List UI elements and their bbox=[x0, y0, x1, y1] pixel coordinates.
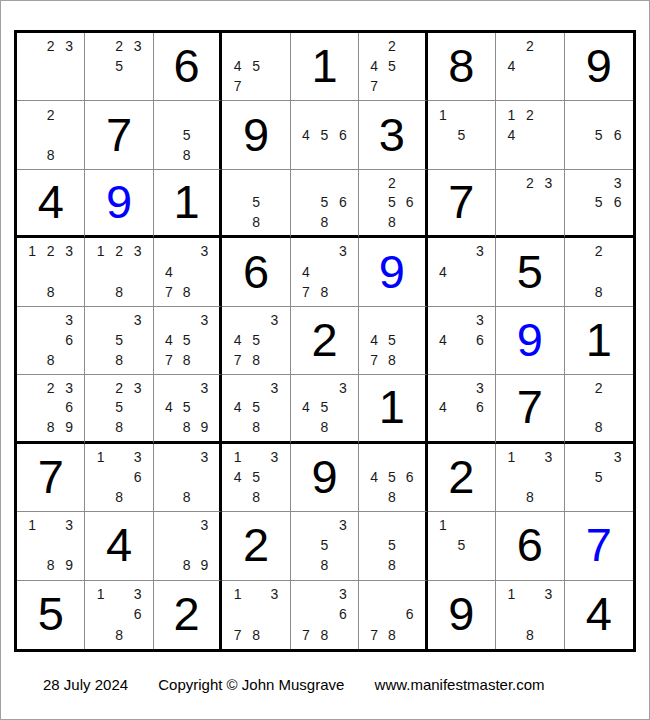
candidate-6: 6 bbox=[334, 125, 352, 145]
cell-r2c7[interactable]: 15 bbox=[428, 101, 496, 169]
empty-slot bbox=[91, 76, 109, 96]
empty-slot bbox=[383, 604, 401, 624]
candidate-3: 3 bbox=[128, 584, 146, 604]
candidate-6: 6 bbox=[334, 192, 352, 211]
pencil-marks: 28 bbox=[565, 238, 633, 305]
empty-slot bbox=[434, 282, 452, 302]
cell-r7c1[interactable]: 7 bbox=[17, 444, 85, 512]
given-digit: 6 bbox=[174, 42, 200, 89]
empty-slot bbox=[23, 56, 41, 76]
empty-slot bbox=[91, 282, 109, 302]
cell-r1c5[interactable]: 1 bbox=[291, 33, 359, 101]
pencil-marks: 235 bbox=[85, 33, 152, 100]
empty-slot bbox=[228, 310, 246, 330]
pencil-marks: 35 bbox=[565, 444, 633, 511]
candidate-5: 5 bbox=[383, 330, 401, 350]
empty-slot bbox=[452, 515, 470, 535]
cell-r7c8[interactable]: 138 bbox=[496, 444, 564, 512]
empty-slot bbox=[247, 378, 265, 397]
cell-r3c1[interactable]: 4 bbox=[17, 170, 85, 238]
candidate-3: 3 bbox=[196, 378, 214, 397]
pencil-marks: 34578 bbox=[154, 307, 219, 374]
cell-r2c3[interactable]: 58 bbox=[154, 101, 222, 169]
pencil-marks: 23 bbox=[17, 33, 84, 100]
empty-slot bbox=[23, 282, 41, 302]
candidate-1: 1 bbox=[228, 584, 246, 604]
candidate-5: 5 bbox=[315, 398, 333, 417]
cell-r9c1[interactable]: 5 bbox=[17, 581, 85, 649]
empty-slot bbox=[160, 515, 178, 535]
cell-r2c8[interactable]: 124 bbox=[496, 101, 564, 169]
cell-r7c2[interactable]: 1368 bbox=[85, 444, 153, 512]
empty-slot bbox=[571, 212, 590, 231]
candidate-3: 3 bbox=[608, 173, 627, 192]
pencil-marks: 389 bbox=[154, 512, 219, 579]
candidate-7: 7 bbox=[228, 76, 246, 96]
candidate-3: 3 bbox=[265, 310, 283, 330]
given-digit: 9 bbox=[586, 42, 612, 89]
candidate-5: 5 bbox=[383, 56, 401, 76]
empty-slot bbox=[502, 625, 520, 645]
candidate-9: 9 bbox=[196, 555, 214, 575]
cell-r5c5[interactable]: 2 bbox=[291, 307, 359, 375]
cell-r2c2[interactable]: 7 bbox=[85, 101, 153, 169]
empty-slot bbox=[23, 76, 41, 96]
pencil-marks: 56 bbox=[565, 101, 633, 168]
empty-slot bbox=[365, 604, 383, 624]
empty-slot bbox=[160, 125, 178, 145]
empty-slot bbox=[521, 212, 539, 231]
candidate-5: 5 bbox=[589, 467, 608, 487]
cell-r1c2[interactable]: 235 bbox=[85, 33, 153, 101]
pencil-marks: 2568 bbox=[359, 170, 424, 235]
cell-r8c9[interactable]: 7 bbox=[565, 512, 633, 580]
candidate-5: 5 bbox=[247, 398, 265, 417]
candidate-1: 1 bbox=[502, 447, 520, 467]
pencil-marks: 138 bbox=[496, 444, 563, 511]
empty-slot bbox=[228, 36, 246, 56]
cell-r1c1[interactable]: 23 bbox=[17, 33, 85, 101]
empty-slot bbox=[334, 625, 352, 645]
candidate-5: 5 bbox=[110, 398, 128, 417]
candidate-8: 8 bbox=[315, 282, 333, 302]
empty-slot bbox=[315, 104, 333, 124]
empty-slot bbox=[401, 350, 419, 370]
empty-slot bbox=[110, 604, 128, 624]
empty-slot bbox=[196, 487, 214, 507]
candidate-3: 3 bbox=[539, 173, 557, 192]
empty-slot bbox=[265, 36, 283, 56]
cell-r2c4[interactable]: 9 bbox=[222, 101, 290, 169]
empty-slot bbox=[128, 261, 146, 281]
candidate-4: 4 bbox=[228, 467, 246, 487]
cell-r8c2[interactable]: 4 bbox=[85, 512, 153, 580]
empty-slot bbox=[265, 625, 283, 645]
candidate-3: 3 bbox=[128, 241, 146, 261]
cell-r5c3[interactable]: 34578 bbox=[154, 307, 222, 375]
empty-slot bbox=[178, 447, 196, 467]
empty-slot bbox=[365, 555, 383, 575]
cell-r4c4[interactable]: 6 bbox=[222, 238, 290, 306]
candidate-3: 3 bbox=[196, 447, 214, 467]
empty-slot bbox=[401, 310, 419, 330]
empty-slot bbox=[401, 515, 419, 535]
empty-slot bbox=[502, 173, 520, 192]
cell-r6c3[interactable]: 34589 bbox=[154, 375, 222, 443]
candidate-7: 7 bbox=[365, 625, 383, 645]
cell-r2c6[interactable]: 3 bbox=[359, 101, 427, 169]
cell-r4c9[interactable]: 28 bbox=[565, 238, 633, 306]
pencil-marks: 38 bbox=[154, 444, 219, 511]
empty-slot bbox=[247, 310, 265, 330]
cell-r4c3[interactable]: 3478 bbox=[154, 238, 222, 306]
candidate-6: 6 bbox=[401, 467, 419, 487]
cell-r4c8[interactable]: 5 bbox=[496, 238, 564, 306]
candidate-8: 8 bbox=[247, 417, 265, 436]
given-digit: 1 bbox=[311, 42, 337, 89]
empty-slot bbox=[365, 447, 383, 467]
pencil-marks: 2358 bbox=[85, 375, 152, 440]
cell-r8c6[interactable]: 58 bbox=[359, 512, 427, 580]
empty-slot bbox=[265, 604, 283, 624]
cell-r3c3[interactable]: 1 bbox=[154, 170, 222, 238]
given-digit: 4 bbox=[106, 521, 132, 568]
candidate-8: 8 bbox=[589, 282, 608, 302]
pencil-marks: 3678 bbox=[291, 581, 358, 649]
empty-slot bbox=[23, 555, 41, 575]
cell-r8c4[interactable]: 2 bbox=[222, 512, 290, 580]
cell-r8c5[interactable]: 358 bbox=[291, 512, 359, 580]
cell-r9c7[interactable]: 9 bbox=[428, 581, 496, 649]
pencil-marks: 3478 bbox=[154, 238, 219, 305]
candidate-5: 5 bbox=[247, 56, 265, 76]
candidate-7: 7 bbox=[228, 625, 246, 645]
cell-r3c4[interactable]: 58 bbox=[222, 170, 290, 238]
empty-slot bbox=[315, 584, 333, 604]
cell-r6c6[interactable]: 1 bbox=[359, 375, 427, 443]
cell-r3c9[interactable]: 356 bbox=[565, 170, 633, 238]
cell-r1c6[interactable]: 2457 bbox=[359, 33, 427, 101]
candidate-6: 6 bbox=[128, 604, 146, 624]
pencil-marks: 457 bbox=[222, 33, 289, 100]
empty-slot bbox=[178, 378, 196, 397]
empty-slot bbox=[297, 515, 315, 535]
candidate-8: 8 bbox=[383, 487, 401, 507]
empty-slot bbox=[401, 584, 419, 604]
empty-slot bbox=[502, 467, 520, 487]
empty-slot bbox=[401, 36, 419, 56]
cell-r5c6[interactable]: 4578 bbox=[359, 307, 427, 375]
empty-slot bbox=[247, 36, 265, 56]
cell-r1c7[interactable]: 8 bbox=[428, 33, 496, 101]
empty-slot bbox=[23, 36, 41, 56]
empty-slot bbox=[160, 378, 178, 397]
cell-r5c8[interactable]: 9 bbox=[496, 307, 564, 375]
pencil-marks: 346 bbox=[428, 307, 495, 374]
empty-slot bbox=[297, 173, 315, 192]
empty-slot bbox=[110, 584, 128, 604]
candidate-1: 1 bbox=[91, 241, 109, 261]
cell-r9c2[interactable]: 1368 bbox=[85, 581, 153, 649]
cell-r2c5[interactable]: 456 bbox=[291, 101, 359, 169]
cell-r3c7[interactable]: 7 bbox=[428, 170, 496, 238]
candidate-8: 8 bbox=[315, 417, 333, 436]
empty-slot bbox=[383, 310, 401, 330]
empty-slot bbox=[539, 125, 557, 145]
solved-digit: 9 bbox=[517, 316, 543, 363]
empty-slot bbox=[365, 535, 383, 555]
candidate-8: 8 bbox=[521, 487, 539, 507]
cell-r9c8[interactable]: 138 bbox=[496, 581, 564, 649]
pencil-marks: 568 bbox=[291, 170, 358, 235]
empty-slot bbox=[128, 56, 146, 76]
candidate-5: 5 bbox=[589, 192, 608, 211]
cell-r4c1[interactable]: 1238 bbox=[17, 238, 85, 306]
empty-slot bbox=[41, 310, 59, 330]
empty-slot bbox=[265, 56, 283, 76]
candidate-4: 4 bbox=[297, 125, 315, 145]
empty-slot bbox=[571, 282, 590, 302]
cell-r7c5[interactable]: 9 bbox=[291, 444, 359, 512]
pencil-marks: 1368 bbox=[85, 581, 152, 649]
cell-r4c5[interactable]: 3478 bbox=[291, 238, 359, 306]
given-digit: 6 bbox=[243, 248, 269, 295]
empty-slot bbox=[589, 447, 608, 467]
empty-slot bbox=[434, 350, 452, 370]
cell-r3c5[interactable]: 568 bbox=[291, 170, 359, 238]
empty-slot bbox=[471, 261, 489, 281]
candidate-3: 3 bbox=[60, 378, 78, 397]
empty-slot bbox=[228, 487, 246, 507]
empty-slot bbox=[60, 56, 78, 76]
candidate-8: 8 bbox=[178, 487, 196, 507]
empty-slot bbox=[297, 378, 315, 397]
empty-slot bbox=[571, 241, 590, 261]
candidate-4: 4 bbox=[365, 467, 383, 487]
empty-slot bbox=[589, 145, 608, 165]
given-digit: 2 bbox=[311, 316, 337, 363]
cell-r1c3[interactable]: 6 bbox=[154, 33, 222, 101]
empty-slot bbox=[521, 76, 539, 96]
cell-r5c9[interactable]: 1 bbox=[565, 307, 633, 375]
candidate-3: 3 bbox=[265, 447, 283, 467]
cell-r7c4[interactable]: 13458 bbox=[222, 444, 290, 512]
empty-slot bbox=[434, 241, 452, 261]
cell-r7c6[interactable]: 4568 bbox=[359, 444, 427, 512]
empty-slot bbox=[608, 467, 627, 487]
cell-r5c2[interactable]: 358 bbox=[85, 307, 153, 375]
candidate-3: 3 bbox=[608, 447, 627, 467]
empty-slot bbox=[608, 212, 627, 231]
candidate-5: 5 bbox=[247, 467, 265, 487]
empty-slot bbox=[521, 192, 539, 211]
given-digit: 4 bbox=[38, 178, 64, 225]
candidate-3: 3 bbox=[471, 378, 489, 397]
empty-slot bbox=[608, 282, 627, 302]
empty-slot bbox=[608, 487, 627, 507]
empty-slot bbox=[401, 76, 419, 96]
empty-slot bbox=[365, 515, 383, 535]
cell-r6c1[interactable]: 23689 bbox=[17, 375, 85, 443]
candidate-5: 5 bbox=[247, 330, 265, 350]
cell-r9c9[interactable]: 4 bbox=[565, 581, 633, 649]
candidate-9: 9 bbox=[60, 555, 78, 575]
candidate-7: 7 bbox=[365, 350, 383, 370]
given-digit: 7 bbox=[517, 383, 543, 430]
empty-slot bbox=[265, 76, 283, 96]
cell-r3c6[interactable]: 2568 bbox=[359, 170, 427, 238]
candidate-4: 4 bbox=[365, 330, 383, 350]
candidate-2: 2 bbox=[110, 378, 128, 397]
cell-r9c3[interactable]: 2 bbox=[154, 581, 222, 649]
cell-r8c3[interactable]: 389 bbox=[154, 512, 222, 580]
candidate-3: 3 bbox=[471, 241, 489, 261]
empty-slot bbox=[265, 467, 283, 487]
cell-r6c5[interactable]: 3458 bbox=[291, 375, 359, 443]
cell-r2c9[interactable]: 56 bbox=[565, 101, 633, 169]
cell-r6c4[interactable]: 3458 bbox=[222, 375, 290, 443]
given-digit: 6 bbox=[517, 521, 543, 568]
empty-slot bbox=[91, 36, 109, 56]
empty-slot bbox=[297, 104, 315, 124]
empty-slot bbox=[41, 398, 59, 417]
pencil-marks: 34 bbox=[428, 238, 495, 305]
candidate-3: 3 bbox=[539, 584, 557, 604]
empty-slot bbox=[539, 212, 557, 231]
cell-r1c8[interactable]: 24 bbox=[496, 33, 564, 101]
candidate-8: 8 bbox=[41, 555, 59, 575]
cell-r7c3[interactable]: 38 bbox=[154, 444, 222, 512]
empty-slot bbox=[228, 604, 246, 624]
candidate-1: 1 bbox=[502, 584, 520, 604]
candidate-7: 7 bbox=[228, 350, 246, 370]
empty-slot bbox=[91, 310, 109, 330]
empty-slot bbox=[539, 104, 557, 124]
empty-slot bbox=[23, 145, 41, 165]
empty-slot bbox=[60, 125, 78, 145]
cell-r5c1[interactable]: 368 bbox=[17, 307, 85, 375]
empty-slot bbox=[334, 212, 352, 231]
cell-r9c4[interactable]: 1378 bbox=[222, 581, 290, 649]
cell-r5c4[interactable]: 34578 bbox=[222, 307, 290, 375]
candidate-4: 4 bbox=[297, 398, 315, 417]
cell-r7c7[interactable]: 2 bbox=[428, 444, 496, 512]
candidate-2: 2 bbox=[521, 36, 539, 56]
candidate-3: 3 bbox=[334, 515, 352, 535]
empty-slot bbox=[471, 145, 489, 165]
cell-r4c6[interactable]: 9 bbox=[359, 238, 427, 306]
given-digit: 2 bbox=[174, 590, 200, 637]
given-digit: 1 bbox=[174, 178, 200, 225]
empty-slot bbox=[571, 145, 590, 165]
cell-r8c1[interactable]: 1389 bbox=[17, 512, 85, 580]
candidate-2: 2 bbox=[110, 241, 128, 261]
cell-r9c6[interactable]: 678 bbox=[359, 581, 427, 649]
cell-r4c7[interactable]: 34 bbox=[428, 238, 496, 306]
empty-slot bbox=[60, 535, 78, 555]
candidate-4: 4 bbox=[434, 330, 452, 350]
empty-slot bbox=[521, 447, 539, 467]
candidate-8: 8 bbox=[315, 212, 333, 231]
candidate-4: 4 bbox=[297, 261, 315, 281]
empty-slot bbox=[334, 282, 352, 302]
candidate-5: 5 bbox=[110, 56, 128, 76]
pencil-marks: 1368 bbox=[85, 444, 152, 511]
empty-slot bbox=[297, 212, 315, 231]
pencil-marks: 4568 bbox=[359, 444, 424, 511]
cell-r1c4[interactable]: 457 bbox=[222, 33, 290, 101]
empty-slot bbox=[401, 56, 419, 76]
cell-r6c8[interactable]: 7 bbox=[496, 375, 564, 443]
empty-slot bbox=[383, 515, 401, 535]
empty-slot bbox=[502, 36, 520, 56]
candidate-7: 7 bbox=[297, 625, 315, 645]
pencil-marks: 28 bbox=[565, 375, 633, 440]
empty-slot bbox=[178, 310, 196, 330]
candidate-4: 4 bbox=[434, 398, 452, 417]
empty-slot bbox=[265, 398, 283, 417]
cell-r4c2[interactable]: 1238 bbox=[85, 238, 153, 306]
empty-slot bbox=[452, 310, 470, 330]
candidate-7: 7 bbox=[365, 76, 383, 96]
candidate-3: 3 bbox=[471, 310, 489, 330]
cell-r9c5[interactable]: 3678 bbox=[291, 581, 359, 649]
given-digit: 7 bbox=[38, 453, 64, 500]
candidate-2: 2 bbox=[383, 173, 401, 192]
empty-slot bbox=[297, 555, 315, 575]
empty-slot bbox=[452, 104, 470, 124]
candidate-8: 8 bbox=[110, 350, 128, 370]
candidate-2: 2 bbox=[383, 36, 401, 56]
pencil-marks: 356 bbox=[565, 170, 633, 235]
empty-slot bbox=[297, 535, 315, 555]
cell-r2c1[interactable]: 28 bbox=[17, 101, 85, 169]
cell-r3c2[interactable]: 9 bbox=[85, 170, 153, 238]
cell-r6c7[interactable]: 346 bbox=[428, 375, 496, 443]
cell-r1c9[interactable]: 9 bbox=[565, 33, 633, 101]
empty-slot bbox=[265, 212, 283, 231]
empty-slot bbox=[23, 104, 41, 124]
empty-slot bbox=[41, 125, 59, 145]
empty-slot bbox=[452, 555, 470, 575]
empty-slot bbox=[91, 625, 109, 645]
empty-slot bbox=[401, 330, 419, 350]
empty-slot bbox=[128, 330, 146, 350]
cell-r5c7[interactable]: 346 bbox=[428, 307, 496, 375]
cell-r8c8[interactable]: 6 bbox=[496, 512, 564, 580]
pencil-marks: 1389 bbox=[17, 512, 84, 579]
empty-slot bbox=[23, 417, 41, 436]
candidate-3: 3 bbox=[265, 584, 283, 604]
empty-slot bbox=[91, 417, 109, 436]
candidate-3: 3 bbox=[60, 310, 78, 330]
candidate-8: 8 bbox=[383, 350, 401, 370]
empty-slot bbox=[60, 261, 78, 281]
given-digit: 5 bbox=[38, 590, 64, 637]
candidate-4: 4 bbox=[502, 125, 520, 145]
empty-slot bbox=[471, 104, 489, 124]
pencil-marks: 4578 bbox=[359, 307, 424, 374]
cell-r6c2[interactable]: 2358 bbox=[85, 375, 153, 443]
empty-slot bbox=[521, 125, 539, 145]
empty-slot bbox=[91, 261, 109, 281]
cell-r7c9[interactable]: 35 bbox=[565, 444, 633, 512]
empty-slot bbox=[41, 535, 59, 555]
cell-r8c7[interactable]: 15 bbox=[428, 512, 496, 580]
empty-slot bbox=[571, 378, 590, 397]
cell-r6c9[interactable]: 28 bbox=[565, 375, 633, 443]
cell-r3c8[interactable]: 23 bbox=[496, 170, 564, 238]
